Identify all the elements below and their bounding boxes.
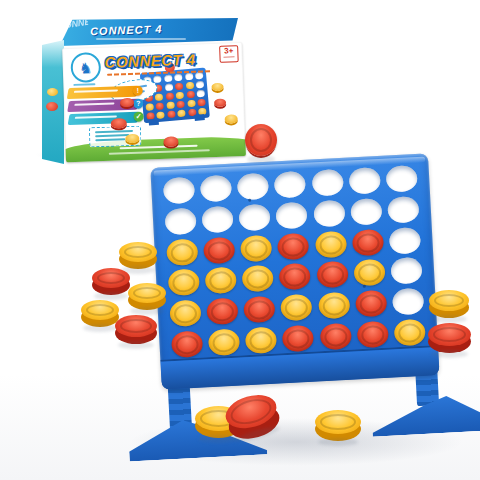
disc-face xyxy=(81,300,119,320)
empty-hole xyxy=(165,208,197,236)
product-photo: CONNECT 4 CONNECT 4 ♞ CONNECT 4 3+ xyxy=(0,0,480,480)
disc-face xyxy=(428,323,471,346)
box-top-smallprint xyxy=(96,38,186,40)
mini-board-hole xyxy=(187,100,196,108)
brand-logo: ♞ xyxy=(70,52,101,83)
disc-face xyxy=(429,290,469,311)
loose-yellow-disc[interactable] xyxy=(81,300,119,327)
box-side-panel xyxy=(42,40,64,164)
mini-board-hole xyxy=(174,73,183,81)
screw-dot xyxy=(248,199,251,202)
board-cell-r4c3[interactable] xyxy=(239,262,278,295)
loose-yellow-disc[interactable] xyxy=(315,410,361,441)
disc-ring xyxy=(207,240,231,260)
disc-ring xyxy=(434,294,464,307)
disc-ring xyxy=(359,294,383,314)
board-cell-r6c4[interactable] xyxy=(279,322,318,355)
board-cell-r5c5[interactable] xyxy=(315,289,354,322)
board-cell-r5c6[interactable] xyxy=(352,287,391,320)
disc-ring xyxy=(319,235,343,255)
empty-hole xyxy=(239,204,271,232)
board-cell-r6c2[interactable] xyxy=(205,326,244,359)
disc-ring xyxy=(320,414,356,430)
mini-board-hole xyxy=(156,103,165,111)
yellow-disc xyxy=(169,299,201,327)
mini-board-hole xyxy=(164,74,173,82)
disc-ring xyxy=(361,325,385,345)
disc-ring xyxy=(124,246,152,258)
board-cell-r6c1[interactable] xyxy=(168,328,207,361)
board-cell-r2c4[interactable] xyxy=(273,199,312,232)
empty-hole xyxy=(348,167,380,195)
yellow-disc xyxy=(318,292,350,320)
mini-board-hole xyxy=(145,103,154,111)
board-cell-r1c3[interactable] xyxy=(234,171,273,204)
disc-ring xyxy=(175,334,199,354)
disc-ring xyxy=(322,296,346,316)
board-cell-r6c6[interactable] xyxy=(353,318,392,351)
board-frame xyxy=(150,153,439,389)
empty-hole xyxy=(202,206,234,234)
yellow-disc xyxy=(242,265,274,293)
mini-board-hole xyxy=(153,75,162,83)
mini-board-hole xyxy=(185,81,194,89)
disc-ring xyxy=(283,267,307,287)
board-cell-r1c2[interactable] xyxy=(197,173,236,206)
mini-board-hole xyxy=(155,93,164,101)
empty-hole xyxy=(350,198,382,226)
feature-banner-3: ✓ xyxy=(68,112,140,126)
box-mini-board-foot xyxy=(149,119,159,126)
mini-board-hole xyxy=(165,92,174,100)
board-cell-r5c4[interactable] xyxy=(277,291,316,324)
red-disc xyxy=(352,228,384,256)
board-cell-r4c1[interactable] xyxy=(165,266,204,299)
disc-ring xyxy=(250,128,272,152)
board-cell-r1c4[interactable] xyxy=(271,169,310,202)
disc-ring xyxy=(212,332,236,352)
red-disc xyxy=(356,320,388,348)
empty-hole xyxy=(385,165,417,193)
box-side-red-disc-art xyxy=(46,102,58,111)
board-cell-r2c5[interactable] xyxy=(310,197,349,230)
disc-ring xyxy=(356,233,380,253)
disc-ring xyxy=(249,330,273,350)
empty-hole xyxy=(392,288,424,316)
box-mini-board-foot xyxy=(194,114,204,121)
board-cell-r6c3[interactable] xyxy=(242,324,281,357)
disc-ring xyxy=(209,271,233,291)
disc-face xyxy=(315,410,361,434)
box-side-yellow-disc-art xyxy=(47,88,58,96)
red-disc xyxy=(355,290,387,318)
callout-text-line xyxy=(95,134,129,137)
board-cell-r3c1[interactable] xyxy=(163,236,202,269)
yellow-disc xyxy=(394,318,426,346)
board-cell-r6c7[interactable] xyxy=(390,316,429,349)
board-cell-r2c6[interactable] xyxy=(347,195,386,228)
callout-text-line xyxy=(95,130,133,133)
disc-face xyxy=(128,283,166,303)
empty-hole xyxy=(200,175,232,203)
mini-board-hole xyxy=(177,110,186,118)
red-disc xyxy=(203,236,235,264)
disc-face xyxy=(245,124,277,156)
box-title: CONNECT 4 xyxy=(104,51,196,71)
empty-hole xyxy=(311,169,343,197)
board-grid xyxy=(160,163,429,360)
empty-hole xyxy=(274,171,306,199)
disc-ring xyxy=(286,328,310,348)
red-disc xyxy=(282,324,314,352)
box-front-panel: ♞ CONNECT 4 3+ ! ? ✓ xyxy=(62,42,246,162)
yellow-disc xyxy=(281,294,313,322)
callout-text-line xyxy=(95,138,125,141)
mini-board-hole xyxy=(175,82,184,90)
board-cell-r5c1[interactable] xyxy=(166,297,205,330)
disc-ring xyxy=(357,263,381,283)
disc-ring xyxy=(97,272,125,284)
board-cell-r3c7[interactable] xyxy=(386,224,425,257)
red-disc xyxy=(206,298,238,326)
disc-ring xyxy=(398,323,422,343)
board-cell-r5c3[interactable] xyxy=(240,293,279,326)
disc-ring xyxy=(285,298,309,318)
disc-ring xyxy=(320,265,344,285)
mini-board-hole xyxy=(196,81,205,89)
empty-hole xyxy=(163,177,195,205)
board-cell-r3c3[interactable] xyxy=(237,232,276,265)
mini-board-hole xyxy=(197,90,206,98)
disc-ring xyxy=(133,287,161,299)
game-box[interactable]: CONNECT 4 CONNECT 4 ♞ CONNECT 4 3+ xyxy=(40,16,244,156)
red-disc xyxy=(277,232,309,260)
empty-hole xyxy=(276,202,308,230)
empty-hole xyxy=(237,173,269,201)
box-art-yellow-disc xyxy=(225,114,238,123)
loose-red-disc[interactable] xyxy=(428,323,471,353)
disc-ring xyxy=(172,273,196,293)
board-cell-r2c7[interactable] xyxy=(384,193,423,226)
red-disc xyxy=(316,261,348,289)
yellow-disc xyxy=(205,267,237,295)
mini-board-hole xyxy=(165,83,174,91)
empty-hole xyxy=(390,257,422,285)
board-cell-r1c6[interactable] xyxy=(345,165,384,198)
board-cell-r2c2[interactable] xyxy=(198,203,237,236)
disc-face xyxy=(92,268,130,288)
horse-logo-icon: ♞ xyxy=(79,60,93,75)
loose-red-disc[interactable] xyxy=(245,124,277,156)
board-cell-r4c4[interactable] xyxy=(276,261,315,294)
disc-ring xyxy=(433,327,466,342)
box-top-title: CONNECT 4 xyxy=(90,23,163,38)
board-cell-r6c5[interactable] xyxy=(316,320,355,353)
board-cell-r1c1[interactable] xyxy=(160,174,199,207)
age-badge-text: 3+ xyxy=(220,46,237,57)
loose-red-disc[interactable] xyxy=(92,268,130,295)
banner-text-line xyxy=(74,102,114,105)
board-cell-r3c2[interactable] xyxy=(200,234,239,267)
brand-logo-caption xyxy=(73,83,95,86)
red-disc xyxy=(171,330,203,358)
board-cell-r1c5[interactable] xyxy=(308,167,347,200)
yellow-disc xyxy=(245,326,277,354)
disc-ring xyxy=(245,239,269,259)
mini-board-hole xyxy=(186,91,195,99)
board-cell-r2c3[interactable] xyxy=(236,201,275,234)
disc-ring xyxy=(174,304,198,324)
loose-red-disc[interactable] xyxy=(115,315,157,344)
box-top-flap-back-title: CONNECT 4 xyxy=(57,17,88,31)
board-cell-r3c6[interactable] xyxy=(348,226,387,259)
age-badge-smallprint xyxy=(224,56,235,57)
board-cell-r1c7[interactable] xyxy=(382,163,421,196)
box-top-flap: CONNECT 4 CONNECT 4 xyxy=(56,18,238,46)
disc-face xyxy=(115,315,157,337)
board-cell-r5c7[interactable] xyxy=(389,285,428,318)
yellow-disc xyxy=(315,230,347,258)
disc-ring xyxy=(246,269,270,289)
board-cell-r3c5[interactable] xyxy=(311,228,350,261)
mini-board-hole xyxy=(176,92,185,100)
disc-ring xyxy=(86,304,114,316)
connect4-stand xyxy=(132,138,479,480)
red-disc xyxy=(279,263,311,291)
box-art-red-disc xyxy=(214,99,226,107)
loose-yellow-disc[interactable] xyxy=(119,242,157,269)
disc-ring xyxy=(120,319,152,333)
board-cell-r4c6[interactable] xyxy=(350,257,389,290)
board-cell-r4c2[interactable] xyxy=(202,264,241,297)
yellow-disc xyxy=(240,234,272,262)
loose-yellow-disc[interactable] xyxy=(128,283,166,310)
yellow-disc xyxy=(168,269,200,297)
board-cell-r4c7[interactable] xyxy=(387,255,426,288)
banner-text-line xyxy=(75,115,117,118)
board-cell-r3c4[interactable] xyxy=(274,230,313,263)
banner-badge-check-icon: ✓ xyxy=(133,111,143,121)
disc-ring xyxy=(282,237,306,257)
disc-ring xyxy=(170,242,194,262)
loose-yellow-disc[interactable] xyxy=(429,290,469,318)
mini-board-hole xyxy=(167,111,176,119)
empty-hole xyxy=(313,200,345,228)
yellow-disc xyxy=(353,259,385,287)
board-cell-r2c1[interactable] xyxy=(161,205,200,238)
disc-ring xyxy=(211,302,235,322)
yellow-disc xyxy=(208,328,240,356)
box-art-yellow-disc xyxy=(211,83,223,91)
mini-board-hole xyxy=(166,102,175,110)
disc-ring xyxy=(324,327,348,347)
mini-board-hole xyxy=(185,72,194,80)
red-disc xyxy=(319,322,351,350)
age-badge: 3+ xyxy=(219,45,239,63)
disc-ring xyxy=(248,300,272,320)
board-cell-r4c5[interactable] xyxy=(313,259,352,292)
red-disc xyxy=(244,296,276,324)
banner-text-line xyxy=(74,89,118,93)
disc-face xyxy=(119,242,157,262)
empty-hole xyxy=(389,227,421,255)
mini-board-hole xyxy=(177,101,186,109)
empty-hole xyxy=(387,196,419,224)
yellow-disc xyxy=(166,238,198,266)
mini-board-hole xyxy=(198,99,207,107)
board-cell-r5c2[interactable] xyxy=(203,295,242,328)
